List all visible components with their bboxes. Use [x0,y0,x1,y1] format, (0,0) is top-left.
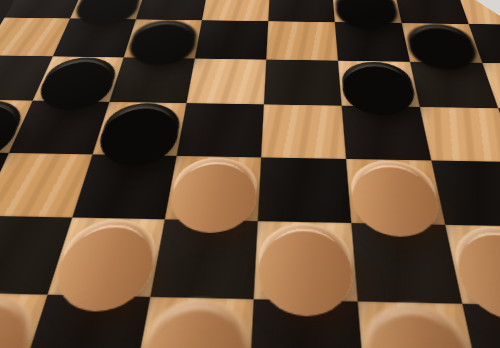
square-r1c3 [195,20,268,59]
black-checker-piece[interactable]: ⛂ [96,102,184,153]
light-checker-piece[interactable]: ⛀ [257,222,354,297]
black-checker-piece[interactable]: ⛂ [340,61,417,104]
square-r4c5[interactable]: ⛀ [346,159,445,225]
square-r5c4[interactable]: ⛀ [254,221,358,301]
square-r2c3[interactable] [186,59,266,105]
square-r0c5[interactable]: ⛂ [332,0,402,23]
square-r3c6[interactable] [420,107,500,162]
square-r4c4 [258,157,351,223]
square-r0c1[interactable]: ⛂ [70,0,146,19]
square-r0c3[interactable] [202,0,270,21]
square-r4c3[interactable]: ⛀ [165,156,261,221]
square-r2c5[interactable]: ⛂ [338,61,420,107]
black-checker-piece[interactable]: ⛂ [404,23,480,60]
black-checker-piece[interactable]: ⛂ [334,0,399,21]
square-r3c2[interactable]: ⛂ [93,102,187,156]
square-r0c2 [136,0,208,20]
black-checker-piece[interactable]: ⛂ [73,0,145,18]
light-checker-piece[interactable]: ⛀ [168,157,258,218]
square-r3c3 [177,103,264,157]
light-checker-piece[interactable]: ⛀ [137,298,251,348]
square-r0c6 [394,0,468,24]
square-r1c4[interactable] [266,21,338,60]
square-r0c4 [268,0,335,22]
black-checker-piece[interactable]: ⛂ [126,20,199,57]
square-r3c4[interactable] [261,104,346,159]
square-r2c4 [264,60,342,106]
checkers-board: ⛂⛂⛂⛂⛂⛂⛂⛂⛀⛀⛀⛀⛀⛀⛀⛀ [0,0,500,348]
light-checker-piece[interactable]: ⛀ [52,218,162,292]
square-r1c2[interactable]: ⛂ [124,19,202,58]
black-checker-piece[interactable]: ⛂ [36,57,121,100]
board-photo: ⛂⛂⛂⛂⛂⛂⛂⛂⛀⛀⛀⛀⛀⛀⛀⛀ [0,0,500,348]
light-checker-piece[interactable]: ⛀ [349,160,442,222]
square-r6c3[interactable]: ⛀ [132,297,254,348]
light-checker-piece[interactable]: ⛀ [361,302,479,348]
